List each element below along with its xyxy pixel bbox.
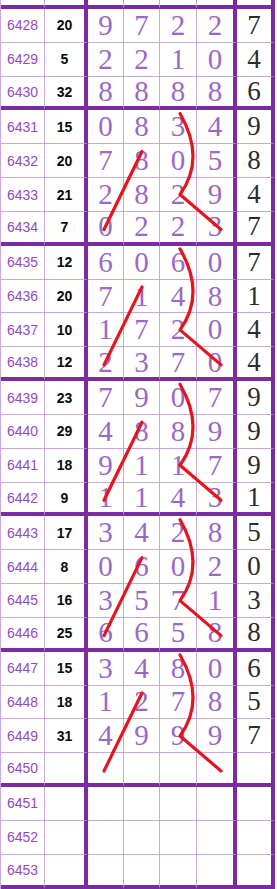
digit-cell: 9 xyxy=(197,178,237,212)
issue-cell: 6432 xyxy=(1,144,45,178)
issue-cell: 6450 xyxy=(1,753,45,787)
sum-cell: 12 xyxy=(45,246,88,280)
extra-cell: 4 xyxy=(237,43,275,77)
digit-cell: 1 xyxy=(124,280,160,314)
sum-cell: 5 xyxy=(45,43,88,77)
digit-cell: 7 xyxy=(124,313,160,347)
partial-cell xyxy=(197,0,237,9)
issue-cell: 6430 xyxy=(1,77,45,111)
issue-cell: 6442 xyxy=(1,483,45,517)
digit-cell: 8 xyxy=(88,77,124,111)
digit-cell: 2 xyxy=(124,43,160,77)
digit-cell xyxy=(197,821,237,855)
digit-cell xyxy=(160,753,197,787)
digit-cell: 1 xyxy=(197,584,237,618)
digit-cell: 7 xyxy=(197,381,237,415)
extra-cell xyxy=(237,821,275,855)
sum-cell: 23 xyxy=(45,381,88,415)
digit-cell: 4 xyxy=(197,110,237,144)
digit-cell: 5 xyxy=(124,584,160,618)
digit-cell: 0 xyxy=(160,381,197,415)
digit-cell: 1 xyxy=(160,449,197,483)
digit-cell: 4 xyxy=(88,415,124,449)
issue-cell: 6447 xyxy=(1,652,45,686)
digit-cell: 7 xyxy=(88,280,124,314)
digit-cell: 6 xyxy=(124,550,160,584)
digit-cell: 8 xyxy=(197,77,237,111)
sum-cell: 21 xyxy=(45,178,88,212)
partial-cell xyxy=(88,0,124,9)
issue-cell: 6453 xyxy=(1,855,45,889)
partial-cell xyxy=(124,0,160,9)
digit-cell: 7 xyxy=(124,9,160,43)
digit-cell: 2 xyxy=(124,686,160,720)
digit-cell: 6 xyxy=(88,618,124,652)
sum-cell: 12 xyxy=(45,347,88,381)
sum-cell: 18 xyxy=(45,449,88,483)
digit-cell: 4 xyxy=(124,652,160,686)
digit-cell: 2 xyxy=(160,9,197,43)
sum-cell: 31 xyxy=(45,719,88,753)
digit-cell xyxy=(88,787,124,821)
extra-cell: 1 xyxy=(237,483,275,517)
digit-cell xyxy=(88,753,124,787)
issue-cell: 6433 xyxy=(1,178,45,212)
digit-cell: 0 xyxy=(124,246,160,280)
digit-cell xyxy=(197,787,237,821)
digit-cell: 6 xyxy=(124,618,160,652)
extra-cell: 1 xyxy=(237,280,275,314)
issue-cell: 6438 xyxy=(1,347,45,381)
partial-cell xyxy=(237,0,275,9)
issue-cell: 6437 xyxy=(1,313,45,347)
extra-cell xyxy=(237,753,275,787)
digit-cell: 0 xyxy=(160,550,197,584)
digit-cell xyxy=(197,855,237,889)
digit-cell: 4 xyxy=(160,280,197,314)
issue-cell: 6434 xyxy=(1,212,45,246)
extra-cell: 5 xyxy=(237,516,275,550)
sum-cell xyxy=(45,855,88,889)
digit-cell: 6 xyxy=(160,246,197,280)
extra-cell: 9 xyxy=(237,449,275,483)
extra-cell: 9 xyxy=(237,381,275,415)
digit-cell: 7 xyxy=(88,144,124,178)
extra-cell: 7 xyxy=(237,719,275,753)
digit-cell: 8 xyxy=(197,686,237,720)
digit-cell: 0 xyxy=(160,144,197,178)
sum-cell: 20 xyxy=(45,9,88,43)
sum-cell: 18 xyxy=(45,686,88,720)
trend-table: 6428209722764295221046430328888664311508… xyxy=(0,0,275,889)
digit-cell: 8 xyxy=(124,77,160,111)
digit-cell: 7 xyxy=(160,584,197,618)
digit-cell: 2 xyxy=(160,516,197,550)
digit-cell: 2 xyxy=(160,212,197,246)
issue-cell: 6451 xyxy=(1,787,45,821)
issue-cell: 6445 xyxy=(1,584,45,618)
digit-cell: 4 xyxy=(124,516,160,550)
extra-cell: 3 xyxy=(237,584,275,618)
digit-cell: 0 xyxy=(197,652,237,686)
digit-cell: 8 xyxy=(197,516,237,550)
digit-cell: 2 xyxy=(88,347,124,381)
digit-cell: 2 xyxy=(88,178,124,212)
digit-cell: 8 xyxy=(124,415,160,449)
digit-cell: 8 xyxy=(124,110,160,144)
extra-cell: 8 xyxy=(237,618,275,652)
digit-cell: 8 xyxy=(124,144,160,178)
sum-cell: 25 xyxy=(45,618,88,652)
issue-cell: 6446 xyxy=(1,618,45,652)
issue-cell: 6449 xyxy=(1,719,45,753)
digit-cell: 1 xyxy=(88,313,124,347)
digit-cell: 2 xyxy=(160,178,197,212)
issue-cell: 6448 xyxy=(1,686,45,720)
digit-cell: 0 xyxy=(197,347,237,381)
sum-cell xyxy=(45,787,88,821)
digit-cell: 2 xyxy=(124,212,160,246)
extra-cell xyxy=(237,855,275,889)
issue-cell: 6435 xyxy=(1,246,45,280)
digit-cell xyxy=(160,821,197,855)
digit-cell: 8 xyxy=(124,178,160,212)
digit-cell: 9 xyxy=(88,449,124,483)
sum-cell: 16 xyxy=(45,584,88,618)
extra-cell: 8 xyxy=(237,144,275,178)
digit-cell: 0 xyxy=(88,110,124,144)
digit-cell xyxy=(88,821,124,855)
digit-cell: 9 xyxy=(160,719,197,753)
digit-cell: 8 xyxy=(160,652,197,686)
digit-cell: 0 xyxy=(197,246,237,280)
digit-cell xyxy=(160,787,197,821)
digit-cell: 8 xyxy=(160,415,197,449)
sum-cell: 7 xyxy=(45,212,88,246)
digit-cell: 6 xyxy=(88,246,124,280)
digit-cell: 9 xyxy=(124,719,160,753)
digit-cell: 8 xyxy=(160,77,197,111)
partial-cell xyxy=(45,0,88,9)
digit-cell xyxy=(124,787,160,821)
digit-cell: 3 xyxy=(88,584,124,618)
sum-cell xyxy=(45,753,88,787)
extra-cell: 4 xyxy=(237,178,275,212)
digit-cell: 4 xyxy=(88,719,124,753)
sum-cell: 10 xyxy=(45,313,88,347)
digit-cell: 0 xyxy=(197,43,237,77)
extra-cell: 6 xyxy=(237,652,275,686)
sum-cell: 17 xyxy=(45,516,88,550)
extra-cell: 9 xyxy=(237,110,275,144)
issue-cell: 6428 xyxy=(1,9,45,43)
digit-cell: 0 xyxy=(88,550,124,584)
issue-cell: 6431 xyxy=(1,110,45,144)
sum-cell: 15 xyxy=(45,110,88,144)
digit-cell xyxy=(124,753,160,787)
issue-cell: 6439 xyxy=(1,381,45,415)
extra-cell: 4 xyxy=(237,313,275,347)
sum-cell: 32 xyxy=(45,77,88,111)
digit-cell: 2 xyxy=(197,550,237,584)
digit-cell: 3 xyxy=(197,483,237,517)
digit-cell: 1 xyxy=(124,483,160,517)
sum-cell: 15 xyxy=(45,652,88,686)
digit-cell: 0 xyxy=(88,212,124,246)
extra-cell: 7 xyxy=(237,212,275,246)
extra-cell: 6 xyxy=(237,77,275,111)
digit-cell: 1 xyxy=(124,449,160,483)
issue-cell: 6429 xyxy=(1,43,45,77)
sum-cell: 29 xyxy=(45,415,88,449)
digit-cell: 3 xyxy=(197,212,237,246)
digit-cell: 0 xyxy=(197,313,237,347)
digit-cell: 5 xyxy=(160,618,197,652)
digit-cell: 7 xyxy=(197,449,237,483)
digit-cell: 3 xyxy=(160,110,197,144)
digit-cell: 4 xyxy=(160,483,197,517)
sum-cell: 9 xyxy=(45,483,88,517)
digit-cell xyxy=(124,855,160,889)
digit-cell xyxy=(160,855,197,889)
partial-cell xyxy=(1,0,45,9)
sum-cell: 20 xyxy=(45,280,88,314)
digit-cell: 3 xyxy=(88,652,124,686)
partial-cell xyxy=(160,0,197,9)
lottery-trend-chart: 6428209722764295221046430328888664311508… xyxy=(0,0,277,889)
digit-cell: 2 xyxy=(197,9,237,43)
extra-cell: 7 xyxy=(237,246,275,280)
sum-cell: 20 xyxy=(45,144,88,178)
issue-cell: 6441 xyxy=(1,449,45,483)
digit-cell: 9 xyxy=(88,9,124,43)
extra-cell: 7 xyxy=(237,9,275,43)
digit-cell: 7 xyxy=(160,347,197,381)
digit-cell: 8 xyxy=(197,618,237,652)
digit-cell xyxy=(197,753,237,787)
extra-cell: 0 xyxy=(237,550,275,584)
digit-cell: 1 xyxy=(88,686,124,720)
digit-cell: 1 xyxy=(88,483,124,517)
issue-cell: 6444 xyxy=(1,550,45,584)
digit-cell: 7 xyxy=(88,381,124,415)
issue-cell: 6440 xyxy=(1,415,45,449)
digit-cell: 9 xyxy=(197,719,237,753)
extra-cell: 9 xyxy=(237,415,275,449)
digit-cell xyxy=(124,821,160,855)
digit-cell: 2 xyxy=(88,43,124,77)
digit-cell: 8 xyxy=(197,280,237,314)
digit-cell: 5 xyxy=(197,144,237,178)
digit-cell: 3 xyxy=(88,516,124,550)
digit-cell: 2 xyxy=(160,313,197,347)
sum-cell: 8 xyxy=(45,550,88,584)
digit-cell: 9 xyxy=(124,381,160,415)
digit-cell: 3 xyxy=(124,347,160,381)
issue-cell: 6443 xyxy=(1,516,45,550)
extra-cell: 4 xyxy=(237,347,275,381)
digit-cell xyxy=(88,855,124,889)
extra-cell xyxy=(237,787,275,821)
digit-cell: 1 xyxy=(160,43,197,77)
extra-cell: 5 xyxy=(237,686,275,720)
issue-cell: 6452 xyxy=(1,821,45,855)
digit-cell: 7 xyxy=(160,686,197,720)
digit-cell: 9 xyxy=(197,415,237,449)
sum-cell xyxy=(45,821,88,855)
issue-cell: 6436 xyxy=(1,280,45,314)
